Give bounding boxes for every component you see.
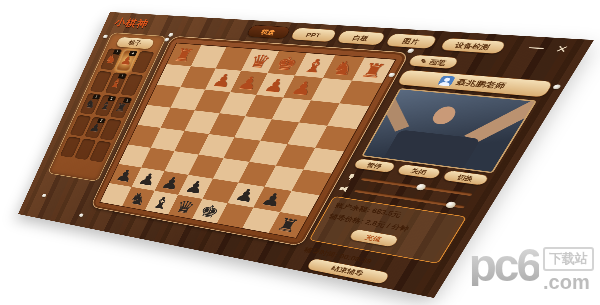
- tutor-time-label: 辅导时间:: [303, 246, 339, 258]
- screw-icon: [552, 84, 562, 89]
- draw-tool-button[interactable]: ✎ 画笔: [407, 54, 460, 69]
- tray-title: 棋子: [115, 37, 155, 50]
- piece-count-badge: 2: [97, 118, 106, 123]
- piece-count-badge: 1: [113, 49, 122, 54]
- minimize-button[interactable]: —: [526, 41, 548, 54]
- black-rook-piece: ♜: [274, 215, 302, 235]
- video-subject: [429, 106, 459, 125]
- piece-count-badge: 4: [128, 51, 137, 56]
- black-rook-piece: ♜: [113, 102, 129, 114]
- piece-count-badge: 1: [92, 94, 101, 99]
- speaker-icon: [337, 185, 351, 193]
- screw-icon: [79, 213, 84, 217]
- price-label: 辅导价格:: [328, 213, 365, 225]
- video-subject: [464, 92, 537, 144]
- page-background: 小棋神 棋盘PPT白板图片 设备检测 — ✕ 棋子 ♞1♟4♝1♞1♝1♜1♟2…: [0, 0, 600, 305]
- black-knight-piece: ♞: [83, 98, 98, 110]
- white-bishop-piece: ♝: [108, 77, 124, 89]
- black-bishop-piece: ♝: [98, 100, 113, 112]
- device-check-button[interactable]: 设备检测: [439, 38, 507, 54]
- draw-tool-label: 画笔: [428, 58, 448, 65]
- close-button[interactable]: ✕: [553, 43, 571, 55]
- tab-whiteboard[interactable]: 白板: [336, 30, 387, 45]
- black-pawn-piece: ♟: [88, 122, 103, 134]
- avatar-icon: [437, 76, 456, 87]
- watermark-domain: .com: [543, 271, 590, 293]
- video-switch-button[interactable]: 切换: [441, 170, 489, 186]
- volume-slider-knob[interactable]: [445, 201, 457, 208]
- screw-icon: [168, 33, 174, 37]
- balance-value: 683.5元: [371, 207, 403, 218]
- screw-icon: [103, 34, 109, 38]
- tab-board[interactable]: 棋盘: [246, 25, 291, 39]
- white-rook-piece: ♜: [358, 60, 389, 80]
- price-value: 2.8元 / 分钟: [364, 219, 410, 232]
- tab-ppt[interactable]: PPT: [290, 27, 338, 42]
- recharge-button[interactable]: 充值: [348, 229, 400, 248]
- microphone-icon: [344, 173, 359, 181]
- watermark-tag: 下载站: [543, 247, 594, 271]
- white-knight-piece: ♞: [103, 53, 118, 65]
- teacher-name: 聂兆鹏老师: [455, 78, 507, 89]
- piece-count-badge: 1: [123, 98, 132, 103]
- app-logo: 小棋神: [112, 16, 151, 30]
- tab-image[interactable]: 图片: [385, 33, 439, 49]
- video-feed: [361, 88, 537, 173]
- watermark-col: 下载站 .com: [543, 247, 594, 293]
- watermark: pc6 下载站 .com: [469, 245, 594, 293]
- balance-label: 账户余额:: [334, 202, 372, 214]
- mic-slider-knob[interactable]: [415, 183, 427, 190]
- piece-count-badge: 1: [107, 96, 116, 101]
- screw-icon: [42, 194, 47, 198]
- piece-count-badge: 1: [118, 74, 127, 79]
- video-close-button[interactable]: 关闭: [396, 164, 442, 179]
- video-pause-button[interactable]: 暂停: [353, 158, 397, 173]
- watermark-logo: pc6: [469, 245, 539, 286]
- white-pawn-piece: ♟: [119, 55, 135, 67]
